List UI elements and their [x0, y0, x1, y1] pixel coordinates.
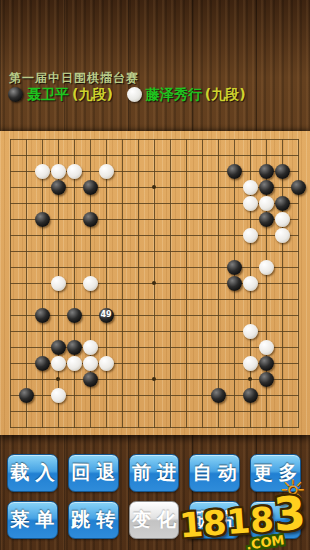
- board-intersection[interactable]: [178, 323, 194, 339]
- board-intersection[interactable]: [258, 179, 274, 195]
- board-intersection[interactable]: [290, 227, 306, 243]
- board-intersection[interactable]: [194, 323, 210, 339]
- board-intersection[interactable]: [82, 259, 98, 275]
- board-intersection[interactable]: [50, 227, 66, 243]
- board-intersection[interactable]: [162, 131, 178, 147]
- board-intersection[interactable]: [162, 179, 178, 195]
- board-intersection[interactable]: [2, 147, 18, 163]
- board-intersection[interactable]: [242, 419, 258, 435]
- board-intersection[interactable]: [2, 275, 18, 291]
- board-intersection[interactable]: [258, 227, 274, 243]
- board-intersection[interactable]: [2, 163, 18, 179]
- board-intersection[interactable]: [178, 291, 194, 307]
- board-intersection[interactable]: [66, 339, 82, 355]
- board-intersection[interactable]: [50, 195, 66, 211]
- board-intersection[interactable]: [130, 403, 146, 419]
- board-intersection[interactable]: [162, 307, 178, 323]
- board-intersection[interactable]: [290, 163, 306, 179]
- board-intersection[interactable]: [210, 355, 226, 371]
- board-intersection[interactable]: [242, 403, 258, 419]
- board-intersection[interactable]: [146, 275, 162, 291]
- board-intersection[interactable]: [82, 403, 98, 419]
- board-intersection[interactable]: [18, 419, 34, 435]
- board-intersection[interactable]: [98, 131, 114, 147]
- board-intersection[interactable]: [114, 403, 130, 419]
- board-intersection[interactable]: [242, 259, 258, 275]
- board-intersection[interactable]: [274, 323, 290, 339]
- board-intersection[interactable]: [290, 147, 306, 163]
- board-intersection[interactable]: [130, 163, 146, 179]
- board-intersection[interactable]: [114, 323, 130, 339]
- board-intersection[interactable]: [178, 179, 194, 195]
- board-intersection[interactable]: [114, 291, 130, 307]
- board-intersection[interactable]: [242, 243, 258, 259]
- board-intersection[interactable]: [242, 275, 258, 291]
- board-intersection[interactable]: [226, 275, 242, 291]
- board-intersection[interactable]: [274, 339, 290, 355]
- board-intersection[interactable]: [114, 163, 130, 179]
- board-intersection[interactable]: [274, 307, 290, 323]
- board-intersection[interactable]: [66, 419, 82, 435]
- board-intersection[interactable]: [274, 403, 290, 419]
- board-intersection[interactable]: [226, 387, 242, 403]
- board-intersection[interactable]: [98, 323, 114, 339]
- board-intersection[interactable]: [114, 275, 130, 291]
- board-intersection[interactable]: [50, 243, 66, 259]
- board-intersection[interactable]: [226, 419, 242, 435]
- board-intersection[interactable]: [146, 131, 162, 147]
- board-intersection[interactable]: [194, 387, 210, 403]
- board-intersection[interactable]: [82, 339, 98, 355]
- board-intersection[interactable]: [130, 323, 146, 339]
- board-intersection[interactable]: [274, 387, 290, 403]
- board-intersection[interactable]: [146, 387, 162, 403]
- board-intersection[interactable]: [274, 371, 290, 387]
- board-intersection[interactable]: [34, 211, 50, 227]
- board-intersection[interactable]: [178, 419, 194, 435]
- board-intersection[interactable]: [194, 195, 210, 211]
- board-intersection[interactable]: [50, 339, 66, 355]
- board-intersection[interactable]: [242, 147, 258, 163]
- board-intersection[interactable]: [258, 147, 274, 163]
- board-intersection[interactable]: [194, 307, 210, 323]
- board-intersection[interactable]: [2, 211, 18, 227]
- board-intersection[interactable]: [50, 371, 66, 387]
- board-intersection[interactable]: [242, 291, 258, 307]
- board-intersection[interactable]: [18, 339, 34, 355]
- board-intersection[interactable]: [210, 419, 226, 435]
- board-intersection[interactable]: [178, 355, 194, 371]
- board-intersection[interactable]: [242, 387, 258, 403]
- board-intersection[interactable]: [34, 147, 50, 163]
- board-intersection[interactable]: [162, 163, 178, 179]
- board-intersection[interactable]: [66, 371, 82, 387]
- board-intersection[interactable]: [226, 259, 242, 275]
- board-intersection[interactable]: [82, 307, 98, 323]
- board-intersection[interactable]: [82, 291, 98, 307]
- board-intersection[interactable]: [114, 227, 130, 243]
- extra-button[interactable]: [250, 501, 301, 539]
- board-intersection[interactable]: [130, 371, 146, 387]
- board-intersection[interactable]: [146, 163, 162, 179]
- load-button[interactable]: 载入: [7, 454, 58, 492]
- board-intersection[interactable]: [82, 275, 98, 291]
- board-intersection[interactable]: [290, 387, 306, 403]
- board-intersection[interactable]: [82, 323, 98, 339]
- board-intersection[interactable]: [242, 371, 258, 387]
- board-intersection[interactable]: [130, 211, 146, 227]
- board-intersection[interactable]: [210, 131, 226, 147]
- board-intersection[interactable]: [290, 419, 306, 435]
- board-intersection[interactable]: [82, 195, 98, 211]
- board-intersection[interactable]: [210, 179, 226, 195]
- board-intersection[interactable]: [162, 211, 178, 227]
- board-intersection[interactable]: [194, 147, 210, 163]
- board-intersection[interactable]: [66, 291, 82, 307]
- board-intersection[interactable]: [18, 211, 34, 227]
- board-intersection[interactable]: [50, 419, 66, 435]
- board-intersection[interactable]: [258, 323, 274, 339]
- board-intersection[interactable]: [50, 131, 66, 147]
- board-intersection[interactable]: [194, 275, 210, 291]
- board-intersection[interactable]: [258, 355, 274, 371]
- board-intersection[interactable]: [34, 179, 50, 195]
- board-intersection[interactable]: [290, 243, 306, 259]
- board-intersection[interactable]: [146, 307, 162, 323]
- board-intersection[interactable]: [194, 419, 210, 435]
- board-intersection[interactable]: [226, 307, 242, 323]
- board-intersection[interactable]: [34, 259, 50, 275]
- board-intersection[interactable]: [50, 179, 66, 195]
- board-intersection[interactable]: [82, 355, 98, 371]
- board-intersection[interactable]: [18, 147, 34, 163]
- board-intersection[interactable]: [242, 195, 258, 211]
- board-intersection[interactable]: [290, 307, 306, 323]
- board-intersection[interactable]: [50, 403, 66, 419]
- board-intersection[interactable]: [242, 211, 258, 227]
- board-intersection[interactable]: [210, 387, 226, 403]
- board-intersection[interactable]: [178, 195, 194, 211]
- board-intersection[interactable]: [98, 275, 114, 291]
- board-intersection[interactable]: [258, 163, 274, 179]
- board-intersection[interactable]: [194, 339, 210, 355]
- board-intersection[interactable]: [34, 387, 50, 403]
- board-intersection[interactable]: [146, 339, 162, 355]
- board-intersection[interactable]: [290, 275, 306, 291]
- board-intersection[interactable]: [290, 195, 306, 211]
- board-intersection[interactable]: [178, 387, 194, 403]
- board-intersection[interactable]: [34, 403, 50, 419]
- board-intersection[interactable]: [18, 323, 34, 339]
- board-intersection[interactable]: [130, 147, 146, 163]
- board-intersection[interactable]: [226, 371, 242, 387]
- board-intersection[interactable]: [130, 243, 146, 259]
- board-intersection[interactable]: [98, 339, 114, 355]
- board-intersection[interactable]: [114, 243, 130, 259]
- board-intersection[interactable]: [210, 147, 226, 163]
- board-intersection[interactable]: [50, 163, 66, 179]
- board-intersection[interactable]: [258, 307, 274, 323]
- board-intersection[interactable]: [114, 195, 130, 211]
- board-intersection[interactable]: [130, 275, 146, 291]
- board-intersection[interactable]: [162, 195, 178, 211]
- board-intersection[interactable]: [162, 419, 178, 435]
- board-intersection[interactable]: [82, 163, 98, 179]
- board-intersection[interactable]: [226, 243, 242, 259]
- board-intersection[interactable]: [242, 307, 258, 323]
- board-intersection[interactable]: [66, 259, 82, 275]
- board-intersection[interactable]: [274, 131, 290, 147]
- board-intersection[interactable]: [66, 195, 82, 211]
- board-intersection[interactable]: [66, 387, 82, 403]
- jump-button[interactable]: 跳转: [68, 501, 119, 539]
- board-intersection[interactable]: [210, 323, 226, 339]
- board-intersection[interactable]: [178, 211, 194, 227]
- board-intersection[interactable]: [114, 259, 130, 275]
- menu-button[interactable]: 菜单: [7, 501, 58, 539]
- board-intersection[interactable]: [18, 275, 34, 291]
- board-intersection[interactable]: [226, 147, 242, 163]
- board-intersection[interactable]: [146, 243, 162, 259]
- board-intersection[interactable]: [18, 387, 34, 403]
- board-intersection[interactable]: [226, 179, 242, 195]
- board-intersection[interactable]: [98, 355, 114, 371]
- board-intersection[interactable]: [242, 227, 258, 243]
- board-intersection[interactable]: [114, 355, 130, 371]
- board-intersection[interactable]: [82, 211, 98, 227]
- board-intersection[interactable]: [50, 323, 66, 339]
- board-intersection[interactable]: [50, 355, 66, 371]
- board-intersection[interactable]: [66, 131, 82, 147]
- board-intersection[interactable]: [226, 355, 242, 371]
- board-intersection[interactable]: [130, 131, 146, 147]
- board-intersection[interactable]: [82, 131, 98, 147]
- board-intersection[interactable]: [82, 243, 98, 259]
- board-intersection[interactable]: [242, 131, 258, 147]
- board-intersection[interactable]: [34, 371, 50, 387]
- board-intersection[interactable]: [258, 211, 274, 227]
- board-intersection[interactable]: [274, 163, 290, 179]
- board-intersection[interactable]: [2, 227, 18, 243]
- board-intersection[interactable]: [274, 275, 290, 291]
- board-intersection[interactable]: [34, 323, 50, 339]
- board-intersection[interactable]: [274, 419, 290, 435]
- board-intersection[interactable]: [258, 403, 274, 419]
- board-intersection[interactable]: [98, 291, 114, 307]
- board-intersection[interactable]: [258, 243, 274, 259]
- board-intersection[interactable]: [66, 179, 82, 195]
- board-intersection[interactable]: [274, 179, 290, 195]
- board-intersection[interactable]: [258, 131, 274, 147]
- board-intersection[interactable]: [66, 323, 82, 339]
- board-intersection[interactable]: [258, 259, 274, 275]
- board-intersection[interactable]: [242, 339, 258, 355]
- board-intersection[interactable]: [2, 179, 18, 195]
- board-intersection[interactable]: [50, 147, 66, 163]
- board-intersection[interactable]: [66, 403, 82, 419]
- board-intersection[interactable]: [50, 387, 66, 403]
- board-intersection[interactable]: [2, 355, 18, 371]
- board-intersection[interactable]: [210, 403, 226, 419]
- board-intersection[interactable]: [34, 275, 50, 291]
- board-intersection[interactable]: [210, 227, 226, 243]
- board-intersection[interactable]: [66, 307, 82, 323]
- board-intersection[interactable]: [34, 195, 50, 211]
- board-intersection[interactable]: [194, 355, 210, 371]
- board-intersection[interactable]: [50, 211, 66, 227]
- board-intersection[interactable]: [18, 163, 34, 179]
- board-intersection[interactable]: [178, 275, 194, 291]
- forward-button[interactable]: 前进: [129, 454, 180, 492]
- board-intersection[interactable]: [114, 419, 130, 435]
- board-intersection[interactable]: [226, 211, 242, 227]
- board-intersection[interactable]: [290, 179, 306, 195]
- board-intersection[interactable]: [162, 387, 178, 403]
- board-intersection[interactable]: [194, 403, 210, 419]
- board-intersection[interactable]: [130, 387, 146, 403]
- board-intersection[interactable]: [98, 403, 114, 419]
- board-intersection[interactable]: [162, 323, 178, 339]
- board-intersection[interactable]: [258, 419, 274, 435]
- board-intersection[interactable]: [290, 403, 306, 419]
- board-intersection[interactable]: [210, 371, 226, 387]
- board-intersection[interactable]: [114, 339, 130, 355]
- auto-button[interactable]: 自动: [189, 454, 240, 492]
- board-intersection[interactable]: [290, 131, 306, 147]
- board-intersection[interactable]: [162, 147, 178, 163]
- board-intersection[interactable]: [50, 291, 66, 307]
- board-intersection[interactable]: [130, 291, 146, 307]
- board-intersection[interactable]: [66, 243, 82, 259]
- board-intersection[interactable]: [114, 307, 130, 323]
- board-intersection[interactable]: [50, 259, 66, 275]
- board-intersection[interactable]: [98, 147, 114, 163]
- board-intersection[interactable]: [290, 211, 306, 227]
- board-intersection[interactable]: [18, 131, 34, 147]
- board-intersection[interactable]: [146, 259, 162, 275]
- board-intersection[interactable]: [162, 243, 178, 259]
- board-intersection[interactable]: [34, 419, 50, 435]
- board-intersection[interactable]: [18, 195, 34, 211]
- board-intersection[interactable]: [18, 259, 34, 275]
- board-intersection[interactable]: [130, 419, 146, 435]
- board-intersection[interactable]: [242, 179, 258, 195]
- board-intersection[interactable]: [114, 147, 130, 163]
- board-intersection[interactable]: [98, 243, 114, 259]
- board-intersection[interactable]: [114, 179, 130, 195]
- board-intersection[interactable]: [82, 179, 98, 195]
- board-intersection[interactable]: [178, 339, 194, 355]
- board-intersection[interactable]: [2, 291, 18, 307]
- board-intersection[interactable]: [210, 243, 226, 259]
- board-intersection[interactable]: [226, 163, 242, 179]
- more-button[interactable]: 更多: [250, 454, 301, 492]
- board-intersection[interactable]: [130, 339, 146, 355]
- board-intersection[interactable]: [130, 179, 146, 195]
- board-intersection[interactable]: [210, 307, 226, 323]
- board-intersection[interactable]: [258, 291, 274, 307]
- board-intersection[interactable]: [2, 307, 18, 323]
- board-intersection[interactable]: [258, 387, 274, 403]
- board-intersection[interactable]: [34, 339, 50, 355]
- board-intersection[interactable]: [146, 147, 162, 163]
- board-intersection[interactable]: [274, 227, 290, 243]
- board-intersection[interactable]: [82, 387, 98, 403]
- board-intersection[interactable]: [98, 371, 114, 387]
- board-intersection[interactable]: [178, 131, 194, 147]
- board-intersection[interactable]: [226, 195, 242, 211]
- board-intersection[interactable]: [34, 291, 50, 307]
- board-intersection[interactable]: [130, 307, 146, 323]
- board-intersection[interactable]: [2, 403, 18, 419]
- board-intersection[interactable]: [194, 291, 210, 307]
- board-intersection[interactable]: [18, 291, 34, 307]
- board-intersection[interactable]: [18, 403, 34, 419]
- board-intersection[interactable]: [114, 131, 130, 147]
- board-intersection[interactable]: [2, 371, 18, 387]
- board-intersection[interactable]: [34, 227, 50, 243]
- board-intersection[interactable]: [34, 243, 50, 259]
- board-intersection[interactable]: [242, 163, 258, 179]
- board-intersection[interactable]: [178, 403, 194, 419]
- board-intersection[interactable]: [194, 243, 210, 259]
- board-intersection[interactable]: [146, 371, 162, 387]
- board-intersection[interactable]: [146, 355, 162, 371]
- back-button[interactable]: 回退: [68, 454, 119, 492]
- board-intersection[interactable]: [226, 227, 242, 243]
- board-intersection[interactable]: [178, 259, 194, 275]
- board-intersection[interactable]: [210, 339, 226, 355]
- board-intersection[interactable]: [290, 291, 306, 307]
- board-intersection[interactable]: [146, 195, 162, 211]
- board-intersection[interactable]: [290, 371, 306, 387]
- board-intersection[interactable]: [162, 403, 178, 419]
- board-intersection[interactable]: [34, 355, 50, 371]
- board-intersection[interactable]: [210, 195, 226, 211]
- board-intersection[interactable]: [290, 259, 306, 275]
- board-intersection[interactable]: [82, 371, 98, 387]
- research-button[interactable]: 研究: [189, 501, 240, 539]
- board-intersection[interactable]: [66, 163, 82, 179]
- board-intersection[interactable]: [290, 323, 306, 339]
- board-intersection[interactable]: [146, 227, 162, 243]
- board-intersection[interactable]: [178, 227, 194, 243]
- board-intersection[interactable]: [274, 259, 290, 275]
- board-intersection[interactable]: [34, 307, 50, 323]
- board-intersection[interactable]: [290, 339, 306, 355]
- board-intersection[interactable]: [162, 259, 178, 275]
- board-intersection[interactable]: [114, 371, 130, 387]
- board-intersection[interactable]: [18, 179, 34, 195]
- board-intersection[interactable]: [226, 131, 242, 147]
- board-intersection[interactable]: [50, 275, 66, 291]
- board-intersection[interactable]: [98, 179, 114, 195]
- board-intersection[interactable]: [178, 163, 194, 179]
- board-intersection[interactable]: [194, 131, 210, 147]
- board-intersection[interactable]: [210, 291, 226, 307]
- board-intersection[interactable]: [258, 275, 274, 291]
- board-intersection[interactable]: [242, 355, 258, 371]
- board-intersection[interactable]: [18, 371, 34, 387]
- board-intersection[interactable]: [2, 323, 18, 339]
- board-intersection[interactable]: [146, 211, 162, 227]
- board-intersection[interactable]: [226, 323, 242, 339]
- board-intersection[interactable]: [82, 147, 98, 163]
- board-intersection[interactable]: [2, 259, 18, 275]
- board-intersection[interactable]: [194, 371, 210, 387]
- board-intersection[interactable]: [18, 227, 34, 243]
- board-intersection[interactable]: [2, 195, 18, 211]
